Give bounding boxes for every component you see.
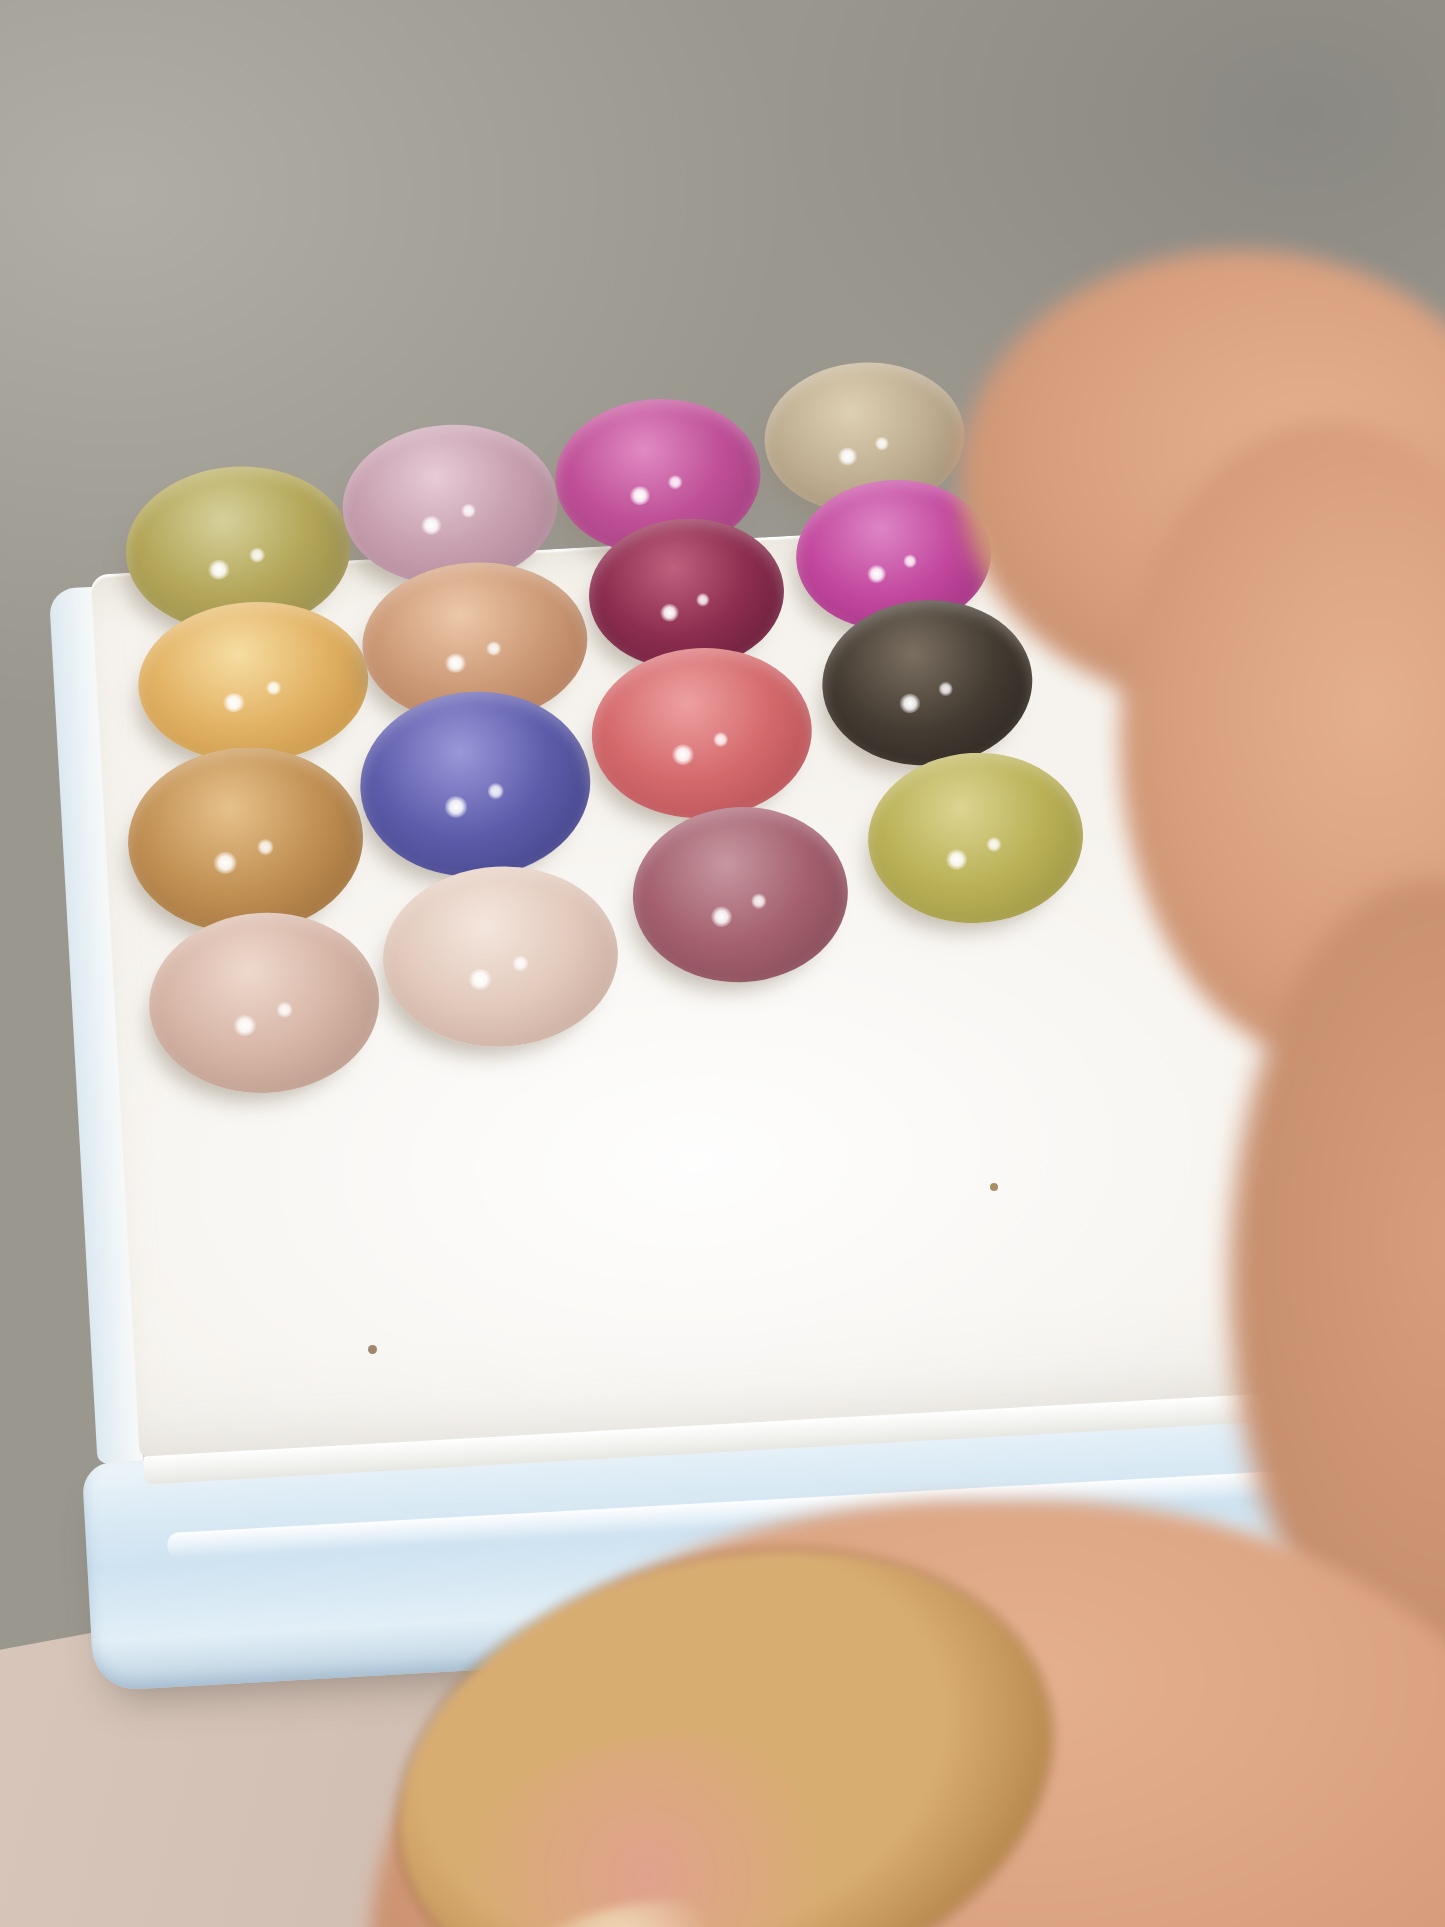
gem-highlight [629,486,651,506]
gem-highlight [444,795,468,818]
thumb-nail-bed [416,1695,879,1927]
gem-highlight [420,515,443,535]
gem-highlight [946,849,969,871]
gem-highlight [986,837,1002,853]
gem-highlight [222,692,246,712]
gem-r4c2-pale-peach-pink-sapphire [378,860,623,1053]
gem-highlight [265,681,282,696]
gem-highlight [938,681,953,697]
gem-highlight [903,554,917,568]
gem-highlight [751,893,767,910]
gem-r4c3-plum-mauve-sapphire [628,801,852,988]
gem-highlight [696,592,710,606]
gem-highlight [233,1014,257,1037]
gem-highlight [249,547,266,563]
gem-highlight [866,565,886,584]
gem-r3c2-violet-blue-sapphire [355,685,595,883]
photo-scene [0,0,1445,1927]
gem-highlight [487,782,504,800]
gem-highlight [276,1001,293,1018]
gem-highlight [213,851,238,874]
gem-highlight [713,732,729,748]
gem-highlight [672,744,695,766]
gem-r3c1-amber-honey-sapphire [123,741,368,939]
gem-highlight [710,905,733,927]
gem-highlight [875,436,890,450]
gem-r3c3-salmon-red-sapphire [587,642,816,824]
gem-highlight [460,503,476,518]
gem-highlight [659,603,679,622]
gem-highlight [898,693,920,714]
gem-highlight [257,838,274,856]
gem-r4c4-chartreuse-yellow-sapphire [863,747,1087,929]
gem-highlight [837,447,858,466]
dust-speck [368,1345,377,1354]
dust-speck [990,1183,998,1191]
gem-highlight [207,559,231,580]
gem-r4c1-blush-beige-sapphire [144,907,384,1100]
gem-highlight [443,653,467,673]
gem-highlight [486,641,503,656]
gem-highlight [512,955,529,972]
gem-r2c1-golden-yellow-sapphire [134,596,373,769]
gem-highlight [468,968,493,991]
gem-highlight [668,475,683,490]
